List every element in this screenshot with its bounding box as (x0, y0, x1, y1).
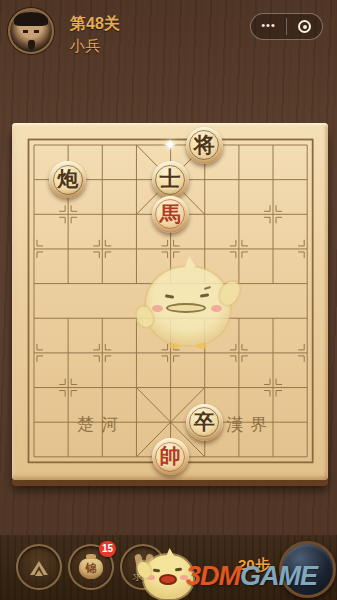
piece-glyph: 馬 (160, 204, 181, 225)
target-icon (298, 20, 311, 33)
player-avatar[interactable] (8, 8, 54, 54)
close-target-button[interactable] (287, 14, 322, 39)
piece-glyph: 士 (160, 169, 181, 190)
piece-glyph: 炮 (57, 169, 78, 190)
piece-glyph: 帥 (160, 446, 181, 467)
piece-black-士[interactable]: 士 (152, 161, 189, 198)
bag-character: 锦 (86, 561, 97, 576)
last-move-sparkle: ✦ (159, 134, 181, 156)
level-subtitle: 小兵 (70, 37, 100, 56)
piece-glyph: 将 (194, 135, 215, 156)
level-title: 第48关 (70, 14, 120, 35)
hint-bag-button[interactable]: 锦 15 (68, 544, 114, 590)
river-label-right: 漢界 (213, 413, 287, 436)
piece-red-帥[interactable]: 帥 (152, 438, 189, 475)
site-watermark: 3DMGAME (186, 561, 317, 592)
avatar-beard (28, 40, 35, 50)
watermark-3dm: 3DM (186, 561, 240, 591)
money-bag-icon: 锦 (79, 558, 103, 579)
miniprogram-capsule: ••• (250, 13, 323, 40)
avatar-eyes (23, 30, 39, 33)
piece-red-馬[interactable]: 馬 (152, 196, 189, 233)
app-screen: 第48关 小兵 ••• 楚河 漢界 ✦将炮士馬卒帥 (0, 0, 337, 600)
hint-count-badge: 15 (99, 541, 116, 557)
more-dots-icon: ••• (261, 20, 276, 34)
more-button[interactable]: ••• (251, 14, 286, 39)
river-label-left: 楚河 (64, 413, 138, 436)
collapse-button[interactable] (16, 544, 62, 590)
piece-glyph: 卒 (194, 412, 215, 433)
avatar-hair (14, 12, 48, 26)
xiangqi-board[interactable]: 楚河 漢界 ✦将炮士馬卒帥 (12, 123, 328, 480)
piece-black-卒[interactable]: 卒 (186, 404, 223, 441)
piece-black-将[interactable]: 将 (186, 127, 223, 164)
watermark-game: GAME (240, 561, 317, 591)
piece-black-炮[interactable]: 炮 (49, 161, 86, 198)
mascot-chick-large (143, 255, 233, 349)
